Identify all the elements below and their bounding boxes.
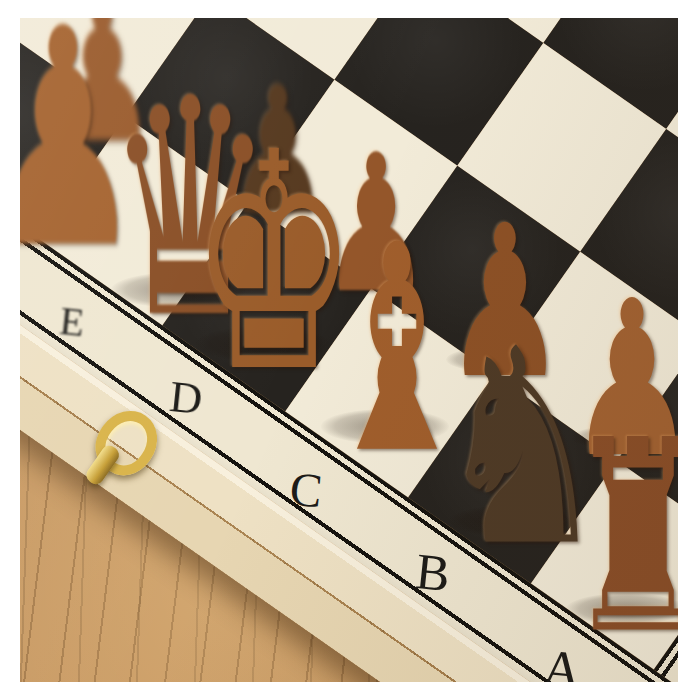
file-label-c: C <box>288 464 325 515</box>
photo-area: EDCBA♟♟♛♟♚♟♟♝♞♟♜ <box>20 18 678 682</box>
photo-frame: EDCBA♟♟♛♟♚♟♟♝♞♟♜ <box>0 0 700 700</box>
piece-light-rook-a1[interactable]: ♜ <box>567 405 678 670</box>
